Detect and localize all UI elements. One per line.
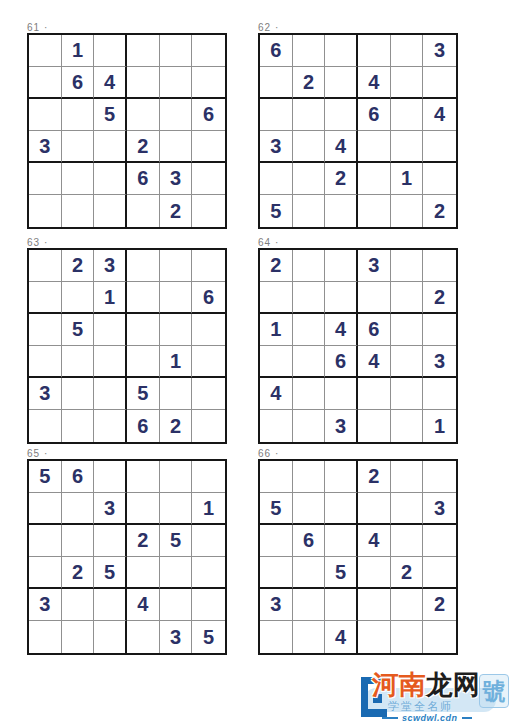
sudoku-cell-r2c6[interactable]: 3 (423, 493, 456, 525)
sudoku-cell-r6c6[interactable] (192, 195, 225, 227)
sudoku-cell-r1c4[interactable] (358, 35, 391, 67)
sudoku-cell-r1c6[interactable] (192, 250, 225, 282)
sudoku-cell-r4c3[interactable]: 5 (94, 557, 127, 589)
brand-name-part2: 龙网 (426, 670, 480, 700)
sudoku-cell-r4c6[interactable] (423, 131, 456, 163)
sudoku-cell-r5c3[interactable] (94, 589, 127, 621)
sudoku-grid-62: 632464342152 (258, 33, 458, 229)
sudoku-cell-r1c6[interactable] (423, 461, 456, 493)
sudoku-cell-r4c3[interactable] (94, 346, 127, 378)
sudoku-cell-r3c4[interactable] (127, 99, 160, 131)
sudoku-cell-r3c3[interactable]: 4 (325, 314, 358, 346)
sudoku-cell-r5c3[interactable] (325, 378, 358, 410)
sudoku-grid-63: 2316513562 (27, 248, 227, 444)
sudoku-cell-r1c2[interactable]: 6 (62, 461, 95, 493)
puzzle-block-64: 64 · 232146643431 (258, 237, 458, 444)
sudoku-cell-r2c3[interactable]: 1 (94, 282, 127, 314)
sudoku-cell-r4c4[interactable] (127, 557, 160, 589)
sudoku-cell-r5c3[interactable] (94, 163, 127, 195)
sudoku-cell-r3c5[interactable] (160, 99, 193, 131)
sudoku-cell-r2c4[interactable] (127, 493, 160, 525)
sudoku-cell-r1c3[interactable]: 3 (94, 250, 127, 282)
sudoku-cell-r2c6[interactable] (192, 67, 225, 99)
sudoku-cell-r5c1[interactable] (29, 163, 62, 195)
sudoku-cell-r3c6[interactable] (423, 525, 456, 557)
sudoku-cell-r4c1[interactable] (260, 557, 293, 589)
sudoku-cell-r1c3[interactable] (94, 461, 127, 493)
watermark-url: scwdwl.cdn (402, 713, 458, 723)
sudoku-cell-r6c3[interactable] (325, 195, 358, 227)
sudoku-cell-r3c6[interactable]: 4 (423, 99, 456, 131)
sudoku-cell-r2c4[interactable] (127, 282, 160, 314)
sudoku-cell-r2c1[interactable] (260, 67, 293, 99)
puzzle-label: 62 · (258, 22, 458, 33)
puzzle-block-63: 63 · 2316513562 (27, 237, 227, 444)
sudoku-cell-r3c4[interactable]: 6 (358, 314, 391, 346)
sudoku-cell-r6c5[interactable] (391, 195, 424, 227)
sudoku-cell-r1c5[interactable] (160, 250, 193, 282)
sudoku-cell-r6c1[interactable] (260, 621, 293, 653)
sudoku-cell-r2c4[interactable] (358, 493, 391, 525)
sudoku-cell-r3c4[interactable]: 6 (358, 99, 391, 131)
sudoku-cell-r6c6[interactable] (192, 410, 225, 442)
sudoku-cell-r1c4[interactable] (127, 35, 160, 67)
sudoku-cell-r2c4[interactable] (127, 67, 160, 99)
puzzle-label: 65 · (27, 448, 227, 459)
sudoku-cell-r2c1[interactable] (29, 493, 62, 525)
sudoku-cell-r1c4[interactable]: 3 (358, 250, 391, 282)
sudoku-cell-r2c4[interactable] (358, 282, 391, 314)
sudoku-cell-r1c1[interactable] (29, 250, 62, 282)
sudoku-cell-r2c5[interactable] (160, 493, 193, 525)
sudoku-cell-r3c3[interactable] (325, 99, 358, 131)
sudoku-cell-r2c2[interactable] (62, 282, 95, 314)
sudoku-cell-r3c5[interactable] (391, 314, 424, 346)
sudoku-cell-r3c3[interactable] (94, 314, 127, 346)
sudoku-cell-r6c1[interactable] (260, 410, 293, 442)
sudoku-cell-r5c1[interactable]: 3 (29, 589, 62, 621)
sudoku-cell-r1c5[interactable] (160, 35, 193, 67)
sudoku-cell-r1c2[interactable] (293, 35, 326, 67)
watermark-tagline: 学堂全名师 (388, 699, 453, 714)
sudoku-cell-r4c3[interactable]: 4 (325, 131, 358, 163)
sudoku-cell-r2c5[interactable] (391, 493, 424, 525)
sudoku-cell-r2c5[interactable] (391, 67, 424, 99)
sudoku-cell-r5c1[interactable]: 3 (260, 589, 293, 621)
sudoku-cell-r1c1[interactable] (260, 461, 293, 493)
sudoku-grid-66: 2536452324 (258, 459, 458, 655)
sudoku-cell-r6c3[interactable]: 3 (325, 410, 358, 442)
sudoku-cell-r5c6[interactable]: 2 (423, 589, 456, 621)
sudoku-cell-r5c3[interactable] (325, 589, 358, 621)
sudoku-cell-r6c1[interactable]: 5 (260, 195, 293, 227)
sudoku-cell-r5c5[interactable] (391, 378, 424, 410)
sudoku-grid-65: 563125253435 (27, 459, 227, 655)
sudoku-cell-r5c1[interactable]: 3 (29, 378, 62, 410)
sudoku-cell-r5c5[interactable]: 3 (160, 163, 193, 195)
sudoku-cell-r3c6[interactable] (192, 525, 225, 557)
sudoku-cell-r3c2[interactable] (62, 99, 95, 131)
puzzle-block-65: 65 · 563125253435 (27, 448, 227, 655)
sudoku-cell-r3c2[interactable]: 6 (293, 525, 326, 557)
watermark-brand-text: 河南龙网 (372, 668, 480, 702)
sudoku-cell-r1c2[interactable]: 2 (62, 250, 95, 282)
sudoku-cell-r3c2[interactable] (62, 525, 95, 557)
sudoku-cell-r2c5[interactable] (160, 282, 193, 314)
sudoku-cell-r2c5[interactable] (160, 67, 193, 99)
sudoku-cell-r6c2[interactable] (293, 410, 326, 442)
divider-line (462, 717, 472, 719)
brand-name-part1: 河南 (372, 670, 426, 700)
sudoku-cell-r2c5[interactable] (391, 282, 424, 314)
sudoku-cell-r3c5[interactable] (391, 525, 424, 557)
sudoku-cell-r5c2[interactable] (293, 589, 326, 621)
sudoku-cell-r3c2[interactable] (293, 99, 326, 131)
sudoku-cell-r4c6[interactable] (192, 346, 225, 378)
sudoku-cell-r1c5[interactable] (160, 461, 193, 493)
sudoku-cell-r5c5[interactable] (160, 378, 193, 410)
sudoku-cell-r6c2[interactable] (62, 410, 95, 442)
puzzle-block-62: 62 · 632464342152 (258, 22, 458, 229)
sudoku-cell-r4c6[interactable] (192, 557, 225, 589)
sudoku-cell-r1c3[interactable] (325, 35, 358, 67)
sudoku-cell-r4c4[interactable] (358, 131, 391, 163)
watermark-seal-icon: 號 (479, 674, 509, 708)
sudoku-cell-r1c6[interactable]: 3 (423, 35, 456, 67)
sudoku-cell-r3c5[interactable] (160, 314, 193, 346)
sudoku-cell-r3c5[interactable]: 5 (160, 525, 193, 557)
sudoku-cell-r1c1[interactable]: 6 (260, 35, 293, 67)
sudoku-cell-r5c3[interactable]: 2 (325, 163, 358, 195)
sudoku-cell-r2c2[interactable] (293, 282, 326, 314)
sudoku-cell-r1c5[interactable] (391, 461, 424, 493)
sudoku-cell-r3c5[interactable] (391, 99, 424, 131)
sudoku-cell-r4c3[interactable]: 5 (325, 557, 358, 589)
sudoku-cell-r5c6[interactable] (192, 163, 225, 195)
sudoku-cell-r6c5[interactable]: 2 (160, 410, 193, 442)
sudoku-cell-r3c3[interactable]: 5 (94, 99, 127, 131)
sudoku-cell-r6c3[interactable] (94, 410, 127, 442)
sudoku-cell-r6c1[interactable] (29, 621, 62, 653)
sudoku-cell-r1c4[interactable] (127, 250, 160, 282)
sudoku-cell-r6c5[interactable] (391, 621, 424, 653)
sudoku-cell-r3c1[interactable] (29, 314, 62, 346)
sudoku-cell-r3c1[interactable] (29, 99, 62, 131)
sudoku-cell-r6c2[interactable] (62, 621, 95, 653)
sudoku-cell-r4c4[interactable] (358, 557, 391, 589)
sudoku-cell-r4c6[interactable] (192, 131, 225, 163)
sudoku-cell-r5c2[interactable] (293, 163, 326, 195)
sudoku-cell-r6c2[interactable] (293, 195, 326, 227)
sudoku-cell-r2c3[interactable]: 4 (94, 67, 127, 99)
sudoku-cell-r4c6[interactable] (423, 557, 456, 589)
sudoku-cell-r3c4[interactable]: 2 (127, 525, 160, 557)
sudoku-cell-r5c2[interactable] (62, 589, 95, 621)
sudoku-cell-r4c1[interactable] (29, 557, 62, 589)
sudoku-cell-r4c3[interactable]: 6 (325, 346, 358, 378)
sudoku-cell-r4c4[interactable] (127, 346, 160, 378)
sudoku-cell-r2c4[interactable]: 4 (358, 67, 391, 99)
sudoku-cell-r3c6[interactable] (423, 314, 456, 346)
sudoku-cell-r2c3[interactable] (325, 67, 358, 99)
sudoku-cell-r6c3[interactable] (94, 195, 127, 227)
sudoku-cell-r6c6[interactable]: 2 (423, 195, 456, 227)
sudoku-cell-r4c2[interactable]: 2 (62, 557, 95, 589)
sudoku-cell-r2c2[interactable]: 6 (62, 67, 95, 99)
sudoku-cell-r6c2[interactable] (62, 195, 95, 227)
sudoku-cell-r3c1[interactable] (260, 99, 293, 131)
sudoku-cell-r6c4[interactable] (358, 195, 391, 227)
sudoku-cell-r6c4[interactable] (127, 621, 160, 653)
sudoku-cell-r4c2[interactable] (293, 131, 326, 163)
sudoku-cell-r6c6[interactable]: 1 (423, 410, 456, 442)
sudoku-cell-r3c1[interactable] (260, 525, 293, 557)
sudoku-cell-r4c3[interactable] (94, 131, 127, 163)
sudoku-cell-r5c5[interactable]: 1 (391, 163, 424, 195)
sudoku-cell-r1c5[interactable] (391, 250, 424, 282)
watermark-url-row: scwdwl.cdn (382, 713, 472, 723)
sudoku-cell-r5c4[interactable] (358, 163, 391, 195)
sudoku-cell-r3c4[interactable] (127, 314, 160, 346)
sudoku-cell-r6c6[interactable] (423, 621, 456, 653)
sudoku-cell-r2c6[interactable]: 2 (423, 282, 456, 314)
sudoku-cell-r4c5[interactable]: 2 (391, 557, 424, 589)
sudoku-cell-r4c5[interactable] (391, 131, 424, 163)
sudoku-grid-64: 232146643431 (258, 248, 458, 444)
sudoku-cell-r1c5[interactable] (391, 35, 424, 67)
site-watermark: 河南龙网 號 学堂全名师 scwdwl.cdn (360, 668, 512, 724)
sudoku-cell-r5c4[interactable] (358, 378, 391, 410)
sudoku-cell-r2c3[interactable] (325, 493, 358, 525)
sudoku-cell-r4c1[interactable]: 3 (260, 131, 293, 163)
sudoku-cell-r1c3[interactable] (94, 35, 127, 67)
sudoku-cell-r6c1[interactable] (29, 195, 62, 227)
sudoku-cell-r5c4[interactable]: 5 (127, 378, 160, 410)
sudoku-cell-r3c3[interactable] (325, 525, 358, 557)
sudoku-cell-r4c1[interactable] (260, 346, 293, 378)
sudoku-cell-r2c1[interactable] (29, 67, 62, 99)
sudoku-cell-r6c6[interactable]: 5 (192, 621, 225, 653)
sudoku-cell-r4c2[interactable] (62, 346, 95, 378)
sudoku-cell-r3c6[interactable]: 6 (192, 99, 225, 131)
sudoku-cell-r5c4[interactable]: 6 (127, 163, 160, 195)
sudoku-cell-r1c6[interactable] (192, 35, 225, 67)
sudoku-cell-r2c1[interactable] (29, 282, 62, 314)
sudoku-cell-r2c3[interactable]: 3 (94, 493, 127, 525)
sudoku-cell-r3c3[interactable] (94, 525, 127, 557)
sudoku-cell-r2c3[interactable] (325, 282, 358, 314)
sudoku-cell-r1c6[interactable] (192, 461, 225, 493)
puzzle-label: 66 · (258, 448, 458, 459)
puzzle-label: 61 · (27, 22, 227, 33)
sudoku-cell-r6c5[interactable]: 2 (160, 195, 193, 227)
sudoku-cell-r6c3[interactable]: 4 (325, 621, 358, 653)
sudoku-cell-r3c2[interactable] (293, 314, 326, 346)
sudoku-cell-r6c3[interactable] (94, 621, 127, 653)
sudoku-cell-r2c6[interactable] (423, 67, 456, 99)
sudoku-cell-r1c4[interactable]: 2 (358, 461, 391, 493)
sudoku-cell-r2c2[interactable] (293, 493, 326, 525)
sudoku-cell-r4c5[interactable] (391, 346, 424, 378)
puzzle-sheet-page: 61 · 1645632632 62 · 632464342152 63 · 2… (0, 0, 512, 724)
sudoku-cell-r6c4[interactable] (358, 410, 391, 442)
sudoku-cell-r5c2[interactable] (62, 163, 95, 195)
sudoku-cell-r6c4[interactable] (127, 195, 160, 227)
sudoku-cell-r4c5[interactable] (160, 131, 193, 163)
sudoku-cell-r4c6[interactable]: 3 (423, 346, 456, 378)
sudoku-cell-r2c2[interactable] (62, 493, 95, 525)
sudoku-cell-r1c3[interactable] (325, 250, 358, 282)
sudoku-cell-r1c1[interactable] (29, 35, 62, 67)
sudoku-cell-r4c1[interactable]: 3 (29, 131, 62, 163)
sudoku-cell-r5c4[interactable] (358, 589, 391, 621)
sudoku-cell-r4c2[interactable] (293, 346, 326, 378)
sudoku-cell-r1c1[interactable]: 5 (29, 461, 62, 493)
sudoku-cell-r2c6[interactable]: 1 (192, 493, 225, 525)
puzzle-block-61: 61 · 1645632632 (27, 22, 227, 229)
sudoku-cell-r2c1[interactable]: 5 (260, 493, 293, 525)
sudoku-cell-r1c3[interactable] (325, 461, 358, 493)
sudoku-cell-r5c5[interactable] (160, 589, 193, 621)
sudoku-cell-r2c2[interactable]: 2 (293, 67, 326, 99)
sudoku-cell-r3c1[interactable]: 1 (260, 314, 293, 346)
sudoku-cell-r4c1[interactable] (29, 346, 62, 378)
sudoku-cell-r6c4[interactable]: 6 (127, 410, 160, 442)
sudoku-cell-r6c1[interactable] (29, 410, 62, 442)
sudoku-cell-r5c3[interactable] (94, 378, 127, 410)
sudoku-cell-r5c1[interactable]: 4 (260, 378, 293, 410)
sudoku-cell-r1c2[interactable] (293, 461, 326, 493)
sudoku-cell-r4c2[interactable] (293, 557, 326, 589)
sudoku-cell-r5c2[interactable] (62, 378, 95, 410)
sudoku-cell-r3c6[interactable] (192, 314, 225, 346)
sudoku-cell-r5c5[interactable] (391, 589, 424, 621)
sudoku-cell-r5c1[interactable] (260, 163, 293, 195)
sudoku-cell-r2c1[interactable] (260, 282, 293, 314)
sudoku-cell-r6c5[interactable] (391, 410, 424, 442)
sudoku-cell-r5c2[interactable] (293, 378, 326, 410)
sudoku-cell-r1c1[interactable]: 2 (260, 250, 293, 282)
sudoku-cell-r4c5[interactable] (160, 557, 193, 589)
sudoku-cell-r2c6[interactable]: 6 (192, 282, 225, 314)
sudoku-cell-r1c4[interactable] (127, 461, 160, 493)
sudoku-cell-r4c4[interactable]: 4 (358, 346, 391, 378)
sudoku-cell-r4c5[interactable]: 1 (160, 346, 193, 378)
sudoku-cell-r1c6[interactable] (423, 250, 456, 282)
sudoku-cell-r5c6[interactable] (192, 589, 225, 621)
sudoku-cell-r3c4[interactable]: 4 (358, 525, 391, 557)
sudoku-cell-r6c5[interactable]: 3 (160, 621, 193, 653)
sudoku-cell-r5c6[interactable] (192, 378, 225, 410)
sudoku-cell-r6c4[interactable] (358, 621, 391, 653)
sudoku-cell-r1c2[interactable]: 1 (62, 35, 95, 67)
sudoku-cell-r3c1[interactable] (29, 525, 62, 557)
puzzle-label: 64 · (258, 237, 458, 248)
sudoku-cell-r3c2[interactable]: 5 (62, 314, 95, 346)
divider-line (382, 717, 398, 719)
puzzle-label: 63 · (27, 237, 227, 248)
sudoku-cell-r5c6[interactable] (423, 163, 456, 195)
sudoku-cell-r6c2[interactable] (293, 621, 326, 653)
sudoku-cell-r5c4[interactable]: 4 (127, 589, 160, 621)
sudoku-cell-r1c2[interactable] (293, 250, 326, 282)
sudoku-cell-r5c6[interactable] (423, 378, 456, 410)
sudoku-cell-r4c4[interactable]: 2 (127, 131, 160, 163)
sudoku-grid-61: 1645632632 (27, 33, 227, 229)
puzzle-block-66: 66 · 2536452324 (258, 448, 458, 655)
sudoku-cell-r4c2[interactable] (62, 131, 95, 163)
